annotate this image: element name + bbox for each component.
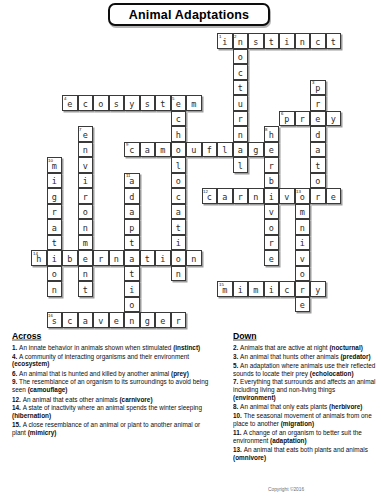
- cell-letter: h: [176, 128, 181, 140]
- page-title: Animal Adaptations: [129, 8, 250, 22]
- clue-number-7: 7: [79, 127, 81, 131]
- grid-cell-r7c3[interactable]: n: [78, 142, 94, 158]
- grid-cell-r10c9[interactable]: c: [171, 188, 187, 204]
- clue-num-label: 12.: [12, 395, 23, 402]
- grid-cell-r14c6[interactable]: a: [124, 250, 140, 266]
- clue-number-12: 12: [203, 189, 208, 193]
- grid-cell-r7c11[interactable]: f: [202, 142, 218, 158]
- grid-cell-r7c15[interactable]: e: [264, 142, 280, 158]
- cell-letter: r: [52, 205, 57, 217]
- clue-item-down-11: 11. A change of an organism to better su…: [233, 429, 379, 444]
- cell-letter: r: [83, 190, 88, 202]
- grid-cell-r10c17[interactable]: 13o: [295, 188, 311, 204]
- clue-number-3: 3: [312, 80, 314, 84]
- clue-answer-label: (camouflage): [28, 386, 68, 393]
- clue-answer-label: (instinct): [173, 344, 200, 351]
- grid-cell-r3c18[interactable]: 3p: [310, 80, 326, 96]
- grid-cell-r3c13[interactable]: t: [233, 80, 249, 96]
- worksheet-title-box: Animal Adaptations: [108, 3, 270, 26]
- cell-letter: o: [176, 252, 181, 264]
- grid-cell-r5c16[interactable]: 6p: [279, 111, 295, 127]
- across-heading: Across: [12, 331, 210, 341]
- grid-cell-r4c18[interactable]: r: [310, 95, 326, 111]
- clue-num-label: 11.: [233, 429, 243, 436]
- clue-num-label: 6.: [12, 370, 19, 377]
- clue-number-14: 14: [33, 251, 38, 255]
- grid-cell-r16c12[interactable]: 15m: [217, 281, 233, 297]
- grid-cell-r9c9[interactable]: o: [171, 173, 187, 189]
- grid-cell-r2c13[interactable]: c: [233, 64, 249, 80]
- grid-cell-r18c3[interactable]: a: [78, 312, 94, 328]
- cell-letter: i: [52, 174, 57, 186]
- cell-letter: c: [83, 97, 88, 109]
- cell-letter: i: [284, 35, 289, 47]
- cell-letter: n: [238, 128, 243, 140]
- clue-num-label: 14.: [12, 404, 23, 411]
- clue-answer-label: (prey): [171, 370, 189, 377]
- grid-cell-r11c9[interactable]: a: [171, 204, 187, 220]
- cell-letter: t: [238, 81, 243, 93]
- clue-item-down-5: 5. An adaptation where animals use their…: [233, 362, 379, 377]
- grid-cell-r6c3[interactable]: 7e: [78, 126, 94, 142]
- cell-letter: o: [129, 298, 134, 310]
- cell-letter: n: [83, 143, 88, 155]
- clue-num-label: 10.: [233, 412, 244, 419]
- cell-letter: y: [331, 112, 336, 124]
- grid-cell-r4c5[interactable]: s: [109, 95, 125, 111]
- grid-cell-r14c9[interactable]: o: [171, 250, 187, 266]
- cell-letter: c: [315, 35, 320, 47]
- grid-cell-r16c14[interactable]: m: [248, 281, 264, 297]
- grid-cell-r14c17[interactable]: v: [295, 250, 311, 266]
- grid-cell-r11c3[interactable]: o: [78, 204, 94, 220]
- cell-letter: o: [176, 174, 181, 186]
- grid-cell-r18c7[interactable]: g: [140, 312, 156, 328]
- grid-cell-r14c8[interactable]: i: [155, 250, 171, 266]
- cell-letter: e: [83, 128, 88, 140]
- grid-cell-r16c3[interactable]: t: [78, 281, 94, 297]
- cell-letter: n: [129, 314, 134, 326]
- grid-cell-r8c15[interactable]: r: [264, 157, 280, 173]
- cell-letter: i: [52, 252, 57, 264]
- cell-letter: t: [160, 97, 165, 109]
- cell-letter: t: [52, 236, 57, 248]
- clue-num-label: 15.: [12, 421, 23, 428]
- grid-cell-r15c3[interactable]: n: [78, 266, 94, 282]
- clue-num-label: 13.: [233, 446, 244, 453]
- cell-letter: a: [129, 252, 134, 264]
- clue-answer-label: (mimicry): [28, 429, 57, 436]
- cell-letter: r: [269, 236, 274, 248]
- grid-cell-r12c6[interactable]: p: [124, 219, 140, 235]
- clue-answer-label: (echolocation): [310, 370, 354, 377]
- grid-cell-r14c4[interactable]: r: [93, 250, 109, 266]
- grid-cell-r6c18[interactable]: d: [310, 126, 326, 142]
- cell-letter: v: [83, 159, 88, 171]
- grid-cell-r4c9[interactable]: 5e: [171, 95, 187, 111]
- grid-cell-r7c8[interactable]: m: [155, 142, 171, 158]
- cell-letter: r: [300, 283, 305, 295]
- grid-cell-r4c3[interactable]: c: [78, 95, 94, 111]
- grid-cell-r10c11[interactable]: 12c: [202, 188, 218, 204]
- cell-letter: v: [284, 190, 289, 202]
- grid-cell-r13c9[interactable]: i: [171, 235, 187, 251]
- down-clues-section: Down 2. Animals that are active at night…: [233, 331, 379, 500]
- clue-num-label: 9.: [12, 379, 19, 386]
- cell-letter: n: [83, 221, 88, 233]
- grid-cell-r4c8[interactable]: t: [155, 95, 171, 111]
- clue-num-label: 1.: [12, 344, 19, 351]
- grid-cell-r0c17[interactable]: n: [295, 33, 311, 49]
- grid-cell-r18c9[interactable]: r: [171, 312, 187, 328]
- grid-cell-r0c12[interactable]: 1i: [217, 33, 233, 49]
- cell-letter: e: [269, 252, 274, 264]
- cell-letter: r: [300, 112, 305, 124]
- cell-letter: y: [315, 283, 320, 295]
- cell-letter: b: [67, 252, 72, 264]
- grid-cell-r1c13[interactable]: o: [233, 49, 249, 65]
- cell-letter: e: [315, 112, 320, 124]
- cell-letter: t: [83, 283, 88, 295]
- grid-cell-r10c19[interactable]: e: [326, 188, 342, 204]
- clue-number-5: 5: [172, 96, 174, 100]
- clue-item-across-4: 4. A community of interacting organisms …: [12, 353, 210, 368]
- cell-letter: c: [238, 66, 243, 78]
- clue-item-down-2: 2. Animals that are active at night (noc…: [233, 344, 379, 352]
- cell-letter: o: [315, 174, 320, 186]
- cell-letter: i: [269, 190, 274, 202]
- cell-letter: a: [129, 205, 134, 217]
- grid-cell-r18c5[interactable]: e: [109, 312, 125, 328]
- cell-letter: n: [253, 190, 258, 202]
- cell-letter: n: [238, 35, 243, 47]
- clue-answer-label: (ecosystem): [12, 360, 49, 367]
- copyright-text: Copyright ©2016: [268, 487, 374, 492]
- grid-cell-r4c13[interactable]: u: [233, 95, 249, 111]
- cell-letter: c: [176, 190, 181, 202]
- grid-cell-r5c9[interactable]: c: [171, 111, 187, 127]
- grid-cell-r0c18[interactable]: c: [310, 33, 326, 49]
- grid-cell-r10c15[interactable]: i: [264, 188, 280, 204]
- cell-letter: c: [129, 143, 134, 155]
- grid-cell-r9c1[interactable]: i: [47, 173, 63, 189]
- grid-cell-r0c14[interactable]: s: [248, 33, 264, 49]
- grid-cell-r10c3[interactable]: r: [78, 188, 94, 204]
- grid-cell-r8c9[interactable]: l: [171, 157, 187, 173]
- cell-letter: e: [300, 298, 305, 310]
- grid-cell-r12c3[interactable]: n: [78, 219, 94, 235]
- grid-cell-r18c6[interactable]: n: [124, 312, 140, 328]
- cell-letter: a: [52, 221, 57, 233]
- across-clue-list: 1. An innate behavior in animals shown w…: [12, 344, 210, 437]
- clue-num-label: 8.: [233, 403, 240, 410]
- cell-letter: o: [52, 267, 57, 279]
- grid-cell-r0c16[interactable]: i: [279, 33, 295, 49]
- cell-letter: m: [253, 283, 258, 295]
- clue-num-label: 4.: [12, 353, 19, 360]
- grid-cell-r9c18[interactable]: o: [310, 173, 326, 189]
- cell-letter: n: [176, 267, 181, 279]
- grid-cell-r14c15[interactable]: e: [264, 250, 280, 266]
- cell-letter: b: [269, 174, 274, 186]
- grid-cell-r5c19[interactable]: y: [326, 111, 342, 127]
- clue-num-label: 7.: [233, 379, 240, 386]
- clue-number-15: 15: [219, 282, 224, 286]
- grid-cell-r6c15[interactable]: 8h: [264, 126, 280, 142]
- grid-cell-r10c6[interactable]: d: [124, 188, 140, 204]
- grid-cell-r8c3[interactable]: v: [78, 157, 94, 173]
- grid-cell-r6c13[interactable]: n: [233, 126, 249, 142]
- cell-letter: r: [315, 97, 320, 109]
- cell-letter: g: [145, 314, 150, 326]
- cell-letter: u: [191, 143, 196, 155]
- grid-cell-r18c2[interactable]: c: [62, 312, 78, 328]
- grid-cell-r16c17[interactable]: r: [295, 281, 311, 297]
- grid-cell-r11c17[interactable]: m: [295, 204, 311, 220]
- cell-letter: c: [67, 314, 72, 326]
- grid-cell-r12c9[interactable]: t: [171, 219, 187, 235]
- cell-letter: s: [253, 35, 258, 47]
- clue-number-4: 4: [64, 96, 66, 100]
- grid-cell-r14c3[interactable]: e: [78, 250, 94, 266]
- grid-cell-r13c1[interactable]: t: [47, 235, 63, 251]
- cell-letter: v: [300, 252, 305, 264]
- grid-cell-r16c18[interactable]: y: [310, 281, 326, 297]
- clue-item-across-6: 6. An animal that is hunted and killed b…: [12, 370, 210, 378]
- cell-letter: n: [52, 283, 57, 295]
- clue-item-down-13: 13. An animal that eats both plants and …: [233, 446, 379, 461]
- cell-letter: r: [238, 190, 243, 202]
- grid-cell-r7c13[interactable]: a: [233, 142, 249, 158]
- clue-number-6: 6: [281, 111, 283, 115]
- clue-answer-label: (adaptation): [270, 437, 307, 444]
- grid-cell-r4c10[interactable]: m: [186, 95, 202, 111]
- grid-cell-r6c9[interactable]: h: [171, 126, 187, 142]
- clue-number-10: 10: [48, 158, 53, 162]
- clue-item-down-7: 7. Everything that surrounds and affects…: [233, 379, 379, 402]
- cell-letter: u: [238, 97, 243, 109]
- clue-num-label: 5.: [233, 362, 240, 369]
- cell-letter: n: [191, 252, 196, 264]
- cell-letter: r: [238, 112, 243, 124]
- grid-cell-r16c1[interactable]: n: [47, 281, 63, 297]
- clue-number-16: 16: [48, 313, 53, 317]
- grid-cell-r7c18[interactable]: a: [310, 142, 326, 158]
- grid-cell-r18c1[interactable]: 16s: [47, 312, 63, 328]
- grid-cell-r7c7[interactable]: a: [140, 142, 156, 158]
- cell-letter: n: [83, 267, 88, 279]
- grid-cell-r4c4[interactable]: o: [93, 95, 109, 111]
- cell-letter: a: [238, 143, 243, 155]
- grid-cell-r9c15[interactable]: b: [264, 173, 280, 189]
- cell-letter: t: [129, 236, 134, 248]
- cell-letter: f: [207, 143, 212, 155]
- grid-cell-r16c13[interactable]: i: [233, 281, 249, 297]
- cell-letter: i: [129, 283, 134, 295]
- cell-letter: e: [269, 143, 274, 155]
- cell-letter: o: [269, 221, 274, 233]
- cell-letter: i: [160, 252, 165, 264]
- cell-letter: n: [300, 35, 305, 47]
- grid-cell-r7c10[interactable]: u: [186, 142, 202, 158]
- cell-letter: y: [129, 97, 134, 109]
- cell-letter: i: [176, 236, 181, 248]
- cell-letter: o: [98, 97, 103, 109]
- grid-cell-r8c18[interactable]: t: [310, 157, 326, 173]
- grid-cell-r7c9[interactable]: o: [171, 142, 187, 158]
- clue-num-label: 2.: [233, 344, 240, 351]
- grid-cell-r12c15[interactable]: o: [264, 219, 280, 235]
- cell-letter: p: [315, 81, 320, 93]
- clue-answer-label: (omnivore): [233, 454, 266, 461]
- cell-letter: n: [114, 252, 119, 264]
- cell-letter: d: [129, 190, 134, 202]
- clue-answer-label: (hibernation): [12, 412, 51, 419]
- grid-cell-r18c4[interactable]: v: [93, 312, 109, 328]
- cell-letter: h: [269, 128, 274, 140]
- grid-cell-r16c6[interactable]: i: [124, 281, 140, 297]
- worksheet-page: Animal Adaptations 1i2nstinctoct3p4ecosy…: [0, 0, 381, 500]
- cell-letter: r: [315, 190, 320, 202]
- cell-letter: m: [191, 97, 196, 109]
- cell-letter: a: [145, 143, 150, 155]
- grid-cell-r11c6[interactable]: a: [124, 204, 140, 220]
- grid-cell-r15c17[interactable]: o: [295, 266, 311, 282]
- grid-cell-r11c15[interactable]: v: [264, 204, 280, 220]
- cell-letter: l: [238, 159, 243, 171]
- grid-cell-r13c15[interactable]: r: [264, 235, 280, 251]
- grid-cell-r10c1[interactable]: g: [47, 188, 63, 204]
- cell-letter: i: [269, 283, 274, 295]
- grid-cell-r14c10[interactable]: n: [186, 250, 202, 266]
- grid-cell-r15c6[interactable]: t: [124, 266, 140, 282]
- cell-letter: m: [300, 205, 305, 217]
- grid-cell-r13c17[interactable]: i: [295, 235, 311, 251]
- cell-letter: c: [176, 112, 181, 124]
- cell-letter: d: [315, 128, 320, 140]
- cell-letter: o: [176, 143, 181, 155]
- cell-letter: o: [83, 205, 88, 217]
- cell-letter: i: [83, 174, 88, 186]
- grid-cell-r4c6[interactable]: y: [124, 95, 140, 111]
- grid-cell-r11c1[interactable]: r: [47, 204, 63, 220]
- grid-cell-r17c17[interactable]: e: [295, 297, 311, 313]
- copyright-footer: Copyright ©2016: [268, 487, 381, 496]
- grid-cell-r5c17[interactable]: r: [295, 111, 311, 127]
- cell-letter: p: [284, 112, 289, 124]
- grid-cell-r0c13[interactable]: 2n: [233, 33, 249, 49]
- grid-cell-r15c9[interactable]: n: [171, 266, 187, 282]
- grid-cell-r14c7[interactable]: t: [140, 250, 156, 266]
- grid-cell-r12c1[interactable]: a: [47, 219, 63, 235]
- cell-letter: e: [114, 314, 119, 326]
- grid-cell-r14c1[interactable]: i: [47, 250, 63, 266]
- cell-letter: o: [238, 50, 243, 62]
- cell-letter: l: [222, 143, 227, 155]
- cell-letter: r: [176, 314, 181, 326]
- clue-number-9: 9: [126, 142, 128, 146]
- clue-item-across-9: 9. The resemblance of an organism to its…: [12, 379, 210, 394]
- cell-letter: i: [222, 35, 227, 47]
- cell-letter: s: [145, 97, 150, 109]
- clue-number-13: 13: [296, 189, 301, 193]
- grid-cell-r10c12[interactable]: a: [217, 188, 233, 204]
- clue-num-label: 3.: [233, 353, 240, 360]
- cell-letter: v: [269, 205, 274, 217]
- clue-answer-label: (predator): [340, 353, 370, 360]
- cell-letter: g: [52, 190, 57, 202]
- grid-cell-r4c7[interactable]: s: [140, 95, 156, 111]
- grid-cell-r9c3[interactable]: i: [78, 173, 94, 189]
- grid-cell-r5c13[interactable]: r: [233, 111, 249, 127]
- grid-cell-r4c2[interactable]: 4e: [62, 95, 78, 111]
- grid-cell-r16c15[interactable]: i: [264, 281, 280, 297]
- cell-letter: e: [67, 97, 72, 109]
- grid-cell-r17c6[interactable]: o: [124, 297, 140, 313]
- grid-cell-r10c16[interactable]: v: [279, 188, 295, 204]
- grid-cell-r10c18[interactable]: r: [310, 188, 326, 204]
- cell-letter: t: [269, 35, 274, 47]
- grid-cell-r5c18[interactable]: e: [310, 111, 326, 127]
- grid-cell-r9c6[interactable]: 11a: [124, 173, 140, 189]
- cell-letter: m: [160, 143, 165, 155]
- cell-letter: t: [145, 252, 150, 264]
- clue-number-1: 1: [219, 34, 221, 38]
- grid-cell-r10c14[interactable]: n: [248, 188, 264, 204]
- cell-letter: s: [114, 97, 119, 109]
- cell-letter: a: [83, 314, 88, 326]
- cell-letter: t: [129, 267, 134, 279]
- grid-cell-r14c0[interactable]: 14h: [31, 250, 47, 266]
- grid-cell-r8c13[interactable]: l: [233, 157, 249, 173]
- grid-cell-r7c14[interactable]: g: [248, 142, 264, 158]
- grid-cell-r8c1[interactable]: 10m: [47, 157, 63, 173]
- cell-letter: a: [176, 205, 181, 217]
- crossword-grid: 1i2nstinctoct3p4ecosyst5emurcr6prey7ehn8…: [31, 33, 343, 329]
- grid-cell-r7c6[interactable]: 9c: [124, 142, 140, 158]
- grid-cell-r18c8[interactable]: e: [155, 312, 171, 328]
- across-clues-section: Across 1. An innate behavior in animals …: [12, 331, 212, 492]
- clue-answer-label: (nocturnal): [329, 344, 362, 351]
- grid-cell-r13c6[interactable]: t: [124, 235, 140, 251]
- grid-cell-r16c16[interactable]: c: [279, 281, 295, 297]
- clue-answer-label: (migration): [281, 420, 314, 427]
- cell-letter: e: [331, 190, 336, 202]
- clue-answer-label: (environment): [233, 394, 276, 401]
- grid-cell-r0c19[interactable]: t: [326, 33, 342, 49]
- clue-item-down-8: 8. An animal that only eats plants (herb…: [233, 403, 379, 411]
- cell-letter: n: [300, 221, 305, 233]
- cell-letter: l: [176, 159, 181, 171]
- grid-cell-r14c5[interactable]: n: [109, 250, 125, 266]
- grid-cell-r0c15[interactable]: t: [264, 33, 280, 49]
- grid-cell-r10c13[interactable]: r: [233, 188, 249, 204]
- cell-letter: g: [253, 143, 258, 155]
- grid-cell-r14c2[interactable]: b: [62, 250, 78, 266]
- cell-letter: c: [284, 283, 289, 295]
- cell-letter: m: [83, 236, 88, 248]
- clue-number-2: 2: [234, 34, 236, 38]
- cell-letter: e: [160, 314, 165, 326]
- grid-cell-r13c3[interactable]: m: [78, 235, 94, 251]
- grid-cell-r15c1[interactable]: o: [47, 266, 63, 282]
- clue-number-11: 11: [126, 173, 130, 177]
- clue-item-across-15: 15. A close resemblance of an animal or …: [12, 421, 210, 436]
- cell-letter: i: [300, 236, 305, 248]
- grid-cell-r7c12[interactable]: l: [217, 142, 233, 158]
- cell-letter: e: [83, 252, 88, 264]
- grid-cell-r12c17[interactable]: n: [295, 219, 311, 235]
